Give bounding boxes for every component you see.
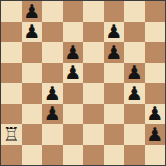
square-h8[interactable] (145, 1, 166, 22)
square-a8[interactable] (1, 1, 22, 22)
square-e2[interactable] (83, 124, 104, 145)
square-b5[interactable] (22, 63, 43, 84)
square-h7[interactable] (145, 22, 166, 43)
square-h1[interactable] (145, 145, 166, 166)
square-f6[interactable]: ♟ (104, 42, 125, 63)
square-b8[interactable]: ♟ (22, 1, 43, 22)
square-d6[interactable]: ♟ (63, 42, 84, 63)
black-pawn[interactable]: ♟ (105, 22, 122, 41)
square-a6[interactable] (1, 42, 22, 63)
square-h2[interactable]: ♟ (145, 124, 166, 145)
square-c2[interactable] (42, 124, 63, 145)
square-f1[interactable] (104, 145, 125, 166)
square-a2[interactable]: ♖ (1, 124, 22, 145)
square-e7[interactable] (83, 22, 104, 43)
square-f2[interactable] (104, 124, 125, 145)
square-h3[interactable]: ♟ (145, 104, 166, 125)
square-b2[interactable] (22, 124, 43, 145)
square-h6[interactable] (145, 42, 166, 63)
square-a5[interactable] (1, 63, 22, 84)
square-d8[interactable] (63, 1, 84, 22)
square-g5[interactable]: ♟ (124, 63, 145, 84)
square-f5[interactable] (104, 63, 125, 84)
square-f7[interactable]: ♟ (104, 22, 125, 43)
black-pawn[interactable]: ♟ (146, 104, 163, 123)
black-pawn[interactable]: ♟ (64, 63, 81, 82)
square-a7[interactable] (1, 22, 22, 43)
chess-board: ♟♟♟♟♟♟♟♟♟♟♟♖♟ (0, 0, 166, 166)
square-g2[interactable] (124, 124, 145, 145)
square-h4[interactable] (145, 83, 166, 104)
square-c5[interactable] (42, 63, 63, 84)
square-h5[interactable] (145, 63, 166, 84)
black-pawn[interactable]: ♟ (23, 2, 40, 21)
square-g6[interactable] (124, 42, 145, 63)
square-a4[interactable] (1, 83, 22, 104)
square-g1[interactable] (124, 145, 145, 166)
square-b1[interactable] (22, 145, 43, 166)
square-e8[interactable] (83, 1, 104, 22)
square-f3[interactable] (104, 104, 125, 125)
white-rook[interactable]: ♖ (3, 125, 20, 144)
square-g3[interactable] (124, 104, 145, 125)
square-d2[interactable] (63, 124, 84, 145)
square-b6[interactable] (22, 42, 43, 63)
square-a3[interactable] (1, 104, 22, 125)
square-e1[interactable] (83, 145, 104, 166)
square-c1[interactable] (42, 145, 63, 166)
square-a1[interactable] (1, 145, 22, 166)
square-g4[interactable]: ♟ (124, 83, 145, 104)
square-c6[interactable] (42, 42, 63, 63)
square-b7[interactable]: ♟ (22, 22, 43, 43)
square-b3[interactable] (22, 104, 43, 125)
square-e6[interactable] (83, 42, 104, 63)
black-pawn[interactable]: ♟ (126, 84, 143, 103)
square-f4[interactable] (104, 83, 125, 104)
square-g7[interactable] (124, 22, 145, 43)
square-d3[interactable] (63, 104, 84, 125)
square-c8[interactable] (42, 1, 63, 22)
square-e4[interactable] (83, 83, 104, 104)
square-e5[interactable] (83, 63, 104, 84)
square-b4[interactable] (22, 83, 43, 104)
black-pawn[interactable]: ♟ (23, 22, 40, 41)
square-d5[interactable]: ♟ (63, 63, 84, 84)
square-g8[interactable] (124, 1, 145, 22)
black-pawn[interactable]: ♟ (126, 63, 143, 82)
square-d4[interactable] (63, 83, 84, 104)
square-d1[interactable] (63, 145, 84, 166)
black-pawn[interactable]: ♟ (105, 43, 122, 62)
square-c4[interactable]: ♟ (42, 83, 63, 104)
black-pawn[interactable]: ♟ (146, 125, 163, 144)
black-pawn[interactable]: ♟ (44, 104, 61, 123)
square-d7[interactable] (63, 22, 84, 43)
black-pawn[interactable]: ♟ (64, 43, 81, 62)
square-c3[interactable]: ♟ (42, 104, 63, 125)
square-f8[interactable] (104, 1, 125, 22)
square-e3[interactable] (83, 104, 104, 125)
black-pawn[interactable]: ♟ (44, 84, 61, 103)
square-c7[interactable] (42, 22, 63, 43)
